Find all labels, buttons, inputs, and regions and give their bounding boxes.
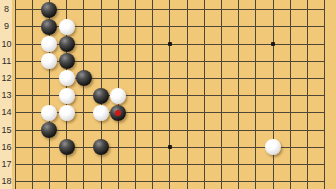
white-stone bbox=[41, 53, 57, 69]
black-stone bbox=[41, 2, 57, 18]
white-stone bbox=[93, 105, 109, 121]
row-label: 9 bbox=[0, 22, 13, 31]
row-label: 10 bbox=[0, 40, 13, 49]
black-stone bbox=[93, 139, 109, 155]
row-label: 18 bbox=[0, 177, 13, 186]
black-stone bbox=[110, 105, 126, 121]
row-label: 12 bbox=[0, 74, 13, 83]
grid-line-horizontal bbox=[15, 130, 326, 131]
white-stone bbox=[59, 88, 75, 104]
black-stone bbox=[59, 139, 75, 155]
white-stone bbox=[41, 105, 57, 121]
row-label: 13 bbox=[0, 91, 13, 100]
row-label: 8 bbox=[0, 5, 13, 14]
white-stone bbox=[110, 88, 126, 104]
black-stone bbox=[41, 122, 57, 138]
white-stone bbox=[59, 19, 75, 35]
go-board[interactable]: 89101112131415161718 bbox=[0, 0, 336, 189]
white-stone bbox=[59, 70, 75, 86]
white-stone bbox=[41, 36, 57, 52]
row-label: 15 bbox=[0, 126, 13, 135]
star-point bbox=[168, 42, 172, 46]
row-label: 11 bbox=[0, 57, 13, 66]
black-stone bbox=[41, 19, 57, 35]
black-stone bbox=[76, 70, 92, 86]
star-point bbox=[168, 145, 172, 149]
grid-line-horizontal bbox=[15, 9, 326, 10]
row-label: 14 bbox=[0, 108, 13, 117]
star-point bbox=[271, 42, 275, 46]
white-stone bbox=[59, 105, 75, 121]
black-stone bbox=[93, 88, 109, 104]
white-stone bbox=[265, 139, 281, 155]
grid-line-horizontal bbox=[15, 164, 326, 165]
black-stone bbox=[59, 36, 75, 52]
row-label: 17 bbox=[0, 160, 13, 169]
row-label: 16 bbox=[0, 143, 13, 152]
grid-line-horizontal bbox=[15, 181, 326, 182]
last-move-marker bbox=[115, 110, 121, 116]
black-stone bbox=[59, 53, 75, 69]
